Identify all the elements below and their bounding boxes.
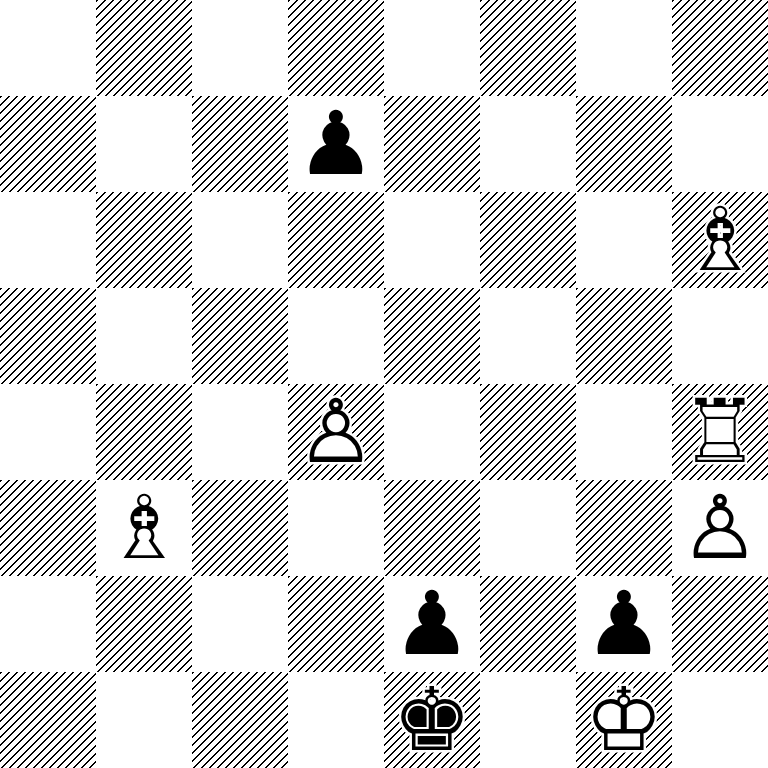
- square-c4[interactable]: [192, 384, 288, 480]
- black-king-e1[interactable]: ♚♚: [384, 672, 480, 768]
- square-a3[interactable]: [0, 480, 96, 576]
- square-b7[interactable]: [96, 96, 192, 192]
- square-e8[interactable]: [384, 0, 480, 96]
- square-b1[interactable]: [96, 672, 192, 768]
- white-bishop-b3[interactable]: ♝♗: [96, 480, 192, 576]
- square-h4[interactable]: ♜♖: [672, 384, 768, 480]
- square-e6[interactable]: [384, 192, 480, 288]
- square-c1[interactable]: [192, 672, 288, 768]
- white-king-g1[interactable]: ♚♔: [576, 672, 672, 768]
- black-pawn-e2[interactable]: ♟♟: [384, 576, 480, 672]
- square-g1[interactable]: ♚♔: [576, 672, 672, 768]
- white-pawn-icon: ♙: [297, 384, 376, 480]
- square-c2[interactable]: [192, 576, 288, 672]
- square-c3[interactable]: [192, 480, 288, 576]
- square-h6[interactable]: ♝♗: [672, 192, 768, 288]
- square-e1[interactable]: ♚♚: [384, 672, 480, 768]
- white-king-icon: ♔: [585, 672, 664, 768]
- square-b4[interactable]: [96, 384, 192, 480]
- square-h8[interactable]: [672, 0, 768, 96]
- black-pawn-icon: ♟: [297, 96, 376, 192]
- square-e4[interactable]: [384, 384, 480, 480]
- square-d7[interactable]: ♟♟: [288, 96, 384, 192]
- square-f8[interactable]: [480, 0, 576, 96]
- white-bishop-icon: ♗: [681, 192, 760, 288]
- black-king-icon: ♚: [393, 672, 472, 768]
- black-pawn-icon: ♟: [393, 576, 472, 672]
- square-e5[interactable]: [384, 288, 480, 384]
- black-pawn-icon: ♟: [585, 576, 664, 672]
- black-pawn-d7[interactable]: ♟♟: [288, 96, 384, 192]
- square-h1[interactable]: [672, 672, 768, 768]
- square-a4[interactable]: [0, 384, 96, 480]
- square-h5[interactable]: [672, 288, 768, 384]
- square-c8[interactable]: [192, 0, 288, 96]
- square-b6[interactable]: [96, 192, 192, 288]
- square-d2[interactable]: [288, 576, 384, 672]
- square-a6[interactable]: [0, 192, 96, 288]
- chess-board: ♟♟♝♗♟♙♜♖♝♗♟♙♟♟♟♟♚♚♚♔: [0, 0, 768, 768]
- square-h3[interactable]: ♟♙: [672, 480, 768, 576]
- square-d3[interactable]: [288, 480, 384, 576]
- white-bishop-icon: ♗: [105, 480, 184, 576]
- square-f3[interactable]: [480, 480, 576, 576]
- square-c5[interactable]: [192, 288, 288, 384]
- square-a2[interactable]: [0, 576, 96, 672]
- square-a1[interactable]: [0, 672, 96, 768]
- square-h7[interactable]: [672, 96, 768, 192]
- square-b3[interactable]: ♝♗: [96, 480, 192, 576]
- square-c7[interactable]: [192, 96, 288, 192]
- square-g5[interactable]: [576, 288, 672, 384]
- square-f4[interactable]: [480, 384, 576, 480]
- square-a7[interactable]: [0, 96, 96, 192]
- square-g2[interactable]: ♟♟: [576, 576, 672, 672]
- square-g6[interactable]: [576, 192, 672, 288]
- black-pawn-g2[interactable]: ♟♟: [576, 576, 672, 672]
- square-d8[interactable]: [288, 0, 384, 96]
- square-e3[interactable]: [384, 480, 480, 576]
- square-f6[interactable]: [480, 192, 576, 288]
- square-d1[interactable]: [288, 672, 384, 768]
- square-b2[interactable]: [96, 576, 192, 672]
- square-g4[interactable]: [576, 384, 672, 480]
- square-b5[interactable]: [96, 288, 192, 384]
- white-rook-icon: ♖: [681, 384, 760, 480]
- square-f5[interactable]: [480, 288, 576, 384]
- square-d5[interactable]: [288, 288, 384, 384]
- square-a5[interactable]: [0, 288, 96, 384]
- square-e7[interactable]: [384, 96, 480, 192]
- white-bishop-h6[interactable]: ♝♗: [672, 192, 768, 288]
- white-pawn-h3[interactable]: ♟♙: [672, 480, 768, 576]
- square-f1[interactable]: [480, 672, 576, 768]
- square-g8[interactable]: [576, 0, 672, 96]
- white-rook-h4[interactable]: ♜♖: [672, 384, 768, 480]
- square-h2[interactable]: [672, 576, 768, 672]
- white-pawn-icon: ♙: [681, 480, 760, 576]
- square-g3[interactable]: [576, 480, 672, 576]
- square-f7[interactable]: [480, 96, 576, 192]
- square-f2[interactable]: [480, 576, 576, 672]
- white-pawn-d4[interactable]: ♟♙: [288, 384, 384, 480]
- square-b8[interactable]: [96, 0, 192, 96]
- square-a8[interactable]: [0, 0, 96, 96]
- square-c6[interactable]: [192, 192, 288, 288]
- square-g7[interactable]: [576, 96, 672, 192]
- square-e2[interactable]: ♟♟: [384, 576, 480, 672]
- square-d4[interactable]: ♟♙: [288, 384, 384, 480]
- square-d6[interactable]: [288, 192, 384, 288]
